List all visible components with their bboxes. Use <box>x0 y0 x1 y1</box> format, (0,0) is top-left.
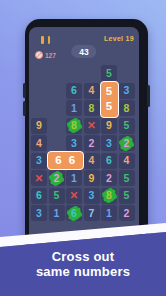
tile-r7c6[interactable]: 5 <box>119 170 135 186</box>
tile-r5c5[interactable]: 3 <box>101 135 117 151</box>
number: 4 <box>124 155 130 166</box>
tile-r7c5[interactable]: 2 <box>101 170 117 186</box>
tile-r9c5[interactable]: 1 <box>101 205 117 221</box>
number: 9 <box>89 173 95 184</box>
number: 5 <box>124 120 130 131</box>
tile-r3c4[interactable]: 8 <box>84 100 100 116</box>
tile-r6c1[interactable]: 3 <box>31 153 47 169</box>
number: 1 <box>54 208 60 219</box>
volume-down-button <box>23 101 26 116</box>
tile-r5c1[interactable]: 4 <box>31 135 47 151</box>
number: 8 <box>106 190 112 201</box>
number: 2 <box>106 173 112 184</box>
tile-r2c3[interactable]: 6 <box>66 83 82 99</box>
board: 56455318898✕9543232366464✕2192565✕385316… <box>31 65 135 221</box>
cross-mark: ✕ <box>87 120 96 131</box>
tile-r1c5[interactable]: 5 <box>101 65 117 81</box>
number: 8 <box>71 120 77 131</box>
tile-r2c6[interactable]: 3 <box>119 83 135 99</box>
phone-mockup: Level 19 43 127 56455318898✕954323236646… <box>25 19 148 257</box>
selected-number: 5 <box>106 101 112 113</box>
tile-r8c2[interactable]: 5 <box>49 188 65 204</box>
number: 5 <box>124 173 130 184</box>
tile-r9c3[interactable]: 6 <box>66 205 82 221</box>
number: 6 <box>71 85 77 96</box>
number: 6 <box>106 155 112 166</box>
number: 1 <box>71 173 77 184</box>
tile-r5c6[interactable]: 2 <box>119 135 135 151</box>
tile-r8c4[interactable]: 3 <box>84 188 100 204</box>
tile-r3c3[interactable]: 1 <box>66 100 82 116</box>
hints-button[interactable]: 127 <box>35 51 56 59</box>
number: 7 <box>89 208 95 219</box>
tile-r4c6[interactable]: 5 <box>119 118 135 134</box>
promo-screenshot: Level 19 43 127 56455318898✕954323236646… <box>0 0 166 296</box>
cross-mark: ✕ <box>35 173 44 184</box>
no-entry-icon <box>35 51 43 59</box>
number: 9 <box>106 120 112 131</box>
tile-r4c3[interactable]: 8 <box>66 118 82 134</box>
tile-r4c5[interactable]: 9 <box>101 118 117 134</box>
selected-number: 5 <box>106 86 112 98</box>
tile-r7c1[interactable]: ✕ <box>31 170 47 186</box>
tile-r8c1[interactable]: 6 <box>31 188 47 204</box>
number: 3 <box>36 208 42 219</box>
tile-r6c2[interactable]: 66 <box>47 151 84 170</box>
tile-r5c4[interactable]: 2 <box>84 135 100 151</box>
caption-line1: Cross out <box>0 250 166 265</box>
tile-r9c2[interactable]: 1 <box>49 205 65 221</box>
number: 4 <box>89 155 95 166</box>
number: 4 <box>36 138 42 149</box>
number: 2 <box>124 138 130 149</box>
level-label: Level 19 <box>104 35 134 42</box>
number: 5 <box>124 190 130 201</box>
number: 2 <box>89 138 95 149</box>
caption-text: Cross out same numbers <box>0 250 166 279</box>
tile-r7c2[interactable]: 2 <box>49 170 65 186</box>
tile-r8c5[interactable]: 8 <box>101 188 117 204</box>
number: 8 <box>124 103 130 114</box>
number: 3 <box>71 138 77 149</box>
pause-icon <box>41 36 44 44</box>
volume-up-button <box>23 83 26 98</box>
selected-number: 6 <box>69 155 75 167</box>
tile-r6c4[interactable]: 4 <box>84 153 100 169</box>
tile-r4c4[interactable]: ✕ <box>84 118 100 134</box>
number: 2 <box>124 208 130 219</box>
number: 5 <box>106 68 112 79</box>
number: 6 <box>71 208 77 219</box>
number: 3 <box>36 155 42 166</box>
number: 6 <box>36 190 42 201</box>
tile-r4c1[interactable]: 9 <box>31 118 47 134</box>
number: 5 <box>54 190 60 201</box>
tile-r9c1[interactable]: 3 <box>31 205 47 221</box>
number: 1 <box>106 208 112 219</box>
tile-r2c5[interactable]: 55 <box>100 81 119 118</box>
selected-number: 6 <box>55 155 61 167</box>
cross-mark: ✕ <box>70 190 79 201</box>
caption-line2: same numbers <box>0 265 166 280</box>
power-button <box>147 85 150 107</box>
remaining-counter-badge: 43 <box>71 45 96 58</box>
tile-r8c6[interactable]: 5 <box>119 188 135 204</box>
tile-r9c4[interactable]: 7 <box>84 205 100 221</box>
number: 1 <box>71 103 77 114</box>
number: 4 <box>89 85 95 96</box>
tile-r9c6[interactable]: 2 <box>119 205 135 221</box>
pause-icon <box>48 36 51 44</box>
number: 3 <box>124 85 130 96</box>
tile-r8c3[interactable]: ✕ <box>66 188 82 204</box>
tile-r5c3[interactable]: 3 <box>66 135 82 151</box>
number: 3 <box>106 138 112 149</box>
number: 9 <box>36 120 42 131</box>
tile-r7c3[interactable]: 1 <box>66 170 82 186</box>
tile-r6c6[interactable]: 4 <box>119 153 135 169</box>
hints-count: 127 <box>45 52 56 59</box>
tile-r7c4[interactable]: 9 <box>84 170 100 186</box>
number: 2 <box>54 173 60 184</box>
number: 8 <box>89 103 95 114</box>
tile-r3c6[interactable]: 8 <box>119 100 135 116</box>
number: 3 <box>89 190 95 201</box>
tile-r2c4[interactable]: 4 <box>84 83 100 99</box>
tile-r6c5[interactable]: 6 <box>101 153 117 169</box>
pause-button[interactable] <box>41 36 50 44</box>
game-screen: Level 19 43 127 56455318898✕954323236646… <box>29 27 139 253</box>
